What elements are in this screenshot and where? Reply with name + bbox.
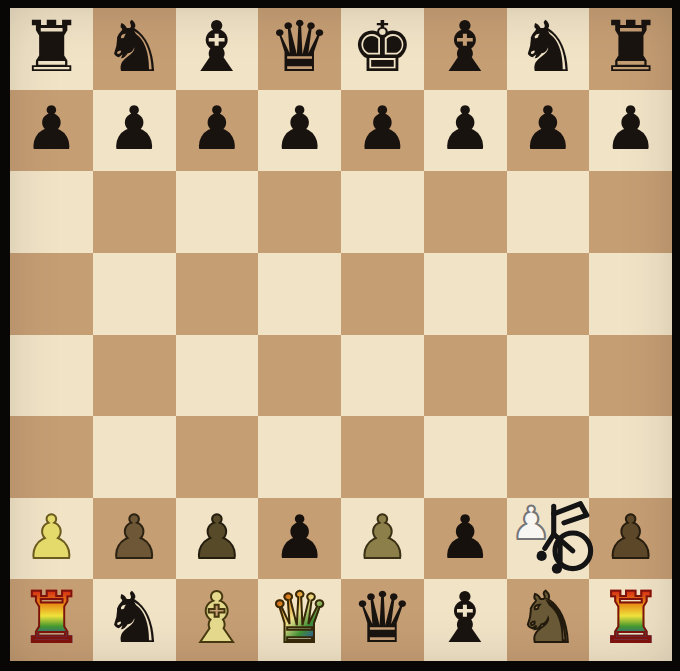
square-d6[interactable] [258,171,341,253]
square-h2[interactable]: ♟ [589,498,672,580]
piece-f2-black-pawn[interactable]: ♟ [438,507,492,567]
square-d5[interactable] [258,253,341,335]
square-d3[interactable] [258,416,341,498]
square-b4[interactable] [93,335,176,417]
square-h3[interactable] [589,416,672,498]
piece-g1-olive-brown-knight[interactable]: ♞ [516,583,579,653]
square-a3[interactable] [10,416,93,498]
square-f7[interactable]: ♟ [424,90,507,172]
piece-b7-black-pawn[interactable]: ♟ [107,98,161,158]
square-d2[interactable]: ♟ [258,498,341,580]
square-c7[interactable]: ♟ [176,90,259,172]
piece-a7-black-pawn[interactable]: ♟ [24,98,78,158]
square-h5[interactable] [589,253,672,335]
square-b5[interactable] [93,253,176,335]
piece-a2-pale-yellow-pawn[interactable]: ♟ [24,507,78,567]
piece-d8-black-queen[interactable]: ♛ [268,12,331,82]
square-f2[interactable]: ♟ [424,498,507,580]
square-h6[interactable] [589,171,672,253]
piece-d7-black-pawn[interactable]: ♟ [273,98,327,158]
square-g4[interactable] [507,335,590,417]
square-c8[interactable]: ♝ [176,8,259,90]
square-c5[interactable] [176,253,259,335]
square-b3[interactable] [93,416,176,498]
wheelchair-icon [527,498,597,582]
square-a2[interactable]: ♟ [10,498,93,580]
square-b1[interactable]: ♞ [93,579,176,661]
piece-d2-black-pawn[interactable]: ♟ [273,507,327,567]
piece-c2-dark-olive-pawn[interactable]: ♟ [190,507,244,567]
square-f5[interactable] [424,253,507,335]
square-g1[interactable]: ♞ [507,579,590,661]
square-b7[interactable]: ♟ [93,90,176,172]
square-a7[interactable]: ♟ [10,90,93,172]
square-e8[interactable]: ♚ [341,8,424,90]
square-g3[interactable] [507,416,590,498]
square-e1[interactable]: ♛ [341,579,424,661]
square-b6[interactable] [93,171,176,253]
square-a1[interactable]: ♜ [10,579,93,661]
square-b2[interactable]: ♟ [93,498,176,580]
square-b8[interactable]: ♞ [93,8,176,90]
square-a5[interactable] [10,253,93,335]
square-c4[interactable] [176,335,259,417]
square-a8[interactable]: ♜ [10,8,93,90]
square-d8[interactable]: ♛ [258,8,341,90]
piece-e1-black-queen[interactable]: ♛ [351,583,414,653]
square-e5[interactable] [341,253,424,335]
square-c6[interactable] [176,171,259,253]
piece-c8-black-bishop[interactable]: ♝ [185,12,248,82]
square-c2[interactable]: ♟ [176,498,259,580]
square-e3[interactable] [341,416,424,498]
piece-h8-black-rook[interactable]: ♜ [599,12,662,82]
square-f8[interactable]: ♝ [424,8,507,90]
piece-e8-black-king[interactable]: ♚ [351,12,414,82]
piece-c1-pale-yellow-bishop[interactable]: ♝ [185,583,248,653]
piece-b2-brown-pawn[interactable]: ♟ [107,507,161,567]
piece-a1-rainbow-rook[interactable]: ♜ [20,583,83,653]
square-g2[interactable]: ♟ [507,498,590,580]
square-f3[interactable] [424,416,507,498]
square-a4[interactable] [10,335,93,417]
photo-frame: ♜♞♝♛♚♝♞♜♟♟♟♟♟♟♟♟♟♟♟♟♟♟♟ ♟♜♞♝♛♛♝♞♜ [0,0,680,671]
square-g7[interactable]: ♟ [507,90,590,172]
piece-f8-black-bishop[interactable]: ♝ [434,12,497,82]
piece-a8-black-rook[interactable]: ♜ [20,12,83,82]
piece-e2-khaki-pawn[interactable]: ♟ [355,507,409,567]
chess-board: ♜♞♝♛♚♝♞♜♟♟♟♟♟♟♟♟♟♟♟♟♟♟♟ ♟♜♞♝♛♛♝♞♜ [10,8,672,661]
piece-e7-black-pawn[interactable]: ♟ [355,98,409,158]
piece-h7-black-pawn[interactable]: ♟ [604,98,658,158]
square-c1[interactable]: ♝ [176,579,259,661]
square-c3[interactable] [176,416,259,498]
square-g8[interactable]: ♞ [507,8,590,90]
square-g6[interactable] [507,171,590,253]
piece-c7-black-pawn[interactable]: ♟ [190,98,244,158]
square-d4[interactable] [258,335,341,417]
piece-f7-black-pawn[interactable]: ♟ [438,98,492,158]
square-f1[interactable]: ♝ [424,579,507,661]
square-e6[interactable] [341,171,424,253]
square-h4[interactable] [589,335,672,417]
square-h7[interactable]: ♟ [589,90,672,172]
piece-g7-black-pawn[interactable]: ♟ [521,98,575,158]
square-e2[interactable]: ♟ [341,498,424,580]
square-d1[interactable]: ♛ [258,579,341,661]
piece-h1-rainbow-rook[interactable]: ♜ [599,583,662,653]
square-a6[interactable] [10,171,93,253]
piece-g8-black-knight[interactable]: ♞ [516,12,579,82]
square-g5[interactable] [507,253,590,335]
square-f6[interactable] [424,171,507,253]
piece-h2-dark-brown-pawn[interactable]: ♟ [604,507,658,567]
piece-b8-black-knight[interactable]: ♞ [103,12,166,82]
square-d7[interactable]: ♟ [258,90,341,172]
piece-b1-black-knight[interactable]: ♞ [103,583,166,653]
square-e4[interactable] [341,335,424,417]
piece-f1-black-bishop[interactable]: ♝ [434,583,497,653]
square-h8[interactable]: ♜ [589,8,672,90]
piece-d1-rainbow-queen[interactable]: ♛ [268,583,331,653]
square-h1[interactable]: ♜ [589,579,672,661]
square-f4[interactable] [424,335,507,417]
square-e7[interactable]: ♟ [341,90,424,172]
